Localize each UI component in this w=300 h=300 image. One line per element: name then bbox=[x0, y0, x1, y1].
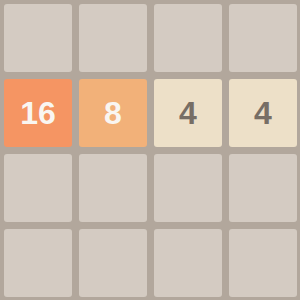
empty-cell-r0c3 bbox=[229, 4, 297, 72]
empty-cell-r0c0 bbox=[4, 4, 72, 72]
empty-cell-r0c1 bbox=[79, 4, 147, 72]
tile-8-r1c1: 8 bbox=[79, 79, 147, 147]
tile-4-r1c2: 4 bbox=[154, 79, 222, 147]
empty-cell-r3c2 bbox=[154, 229, 222, 297]
empty-cell-r2c1 bbox=[79, 154, 147, 222]
empty-cell-r3c0 bbox=[4, 229, 72, 297]
empty-cell-r3c3 bbox=[229, 229, 297, 297]
2048-board[interactable]: 16844 bbox=[0, 0, 300, 300]
tile-16-r1c0: 16 bbox=[4, 79, 72, 147]
empty-cell-r2c0 bbox=[4, 154, 72, 222]
empty-cell-r2c2 bbox=[154, 154, 222, 222]
tile-4-r1c3: 4 bbox=[229, 79, 297, 147]
empty-cell-r3c1 bbox=[79, 229, 147, 297]
empty-cell-r0c2 bbox=[154, 4, 222, 72]
empty-cell-r2c3 bbox=[229, 154, 297, 222]
